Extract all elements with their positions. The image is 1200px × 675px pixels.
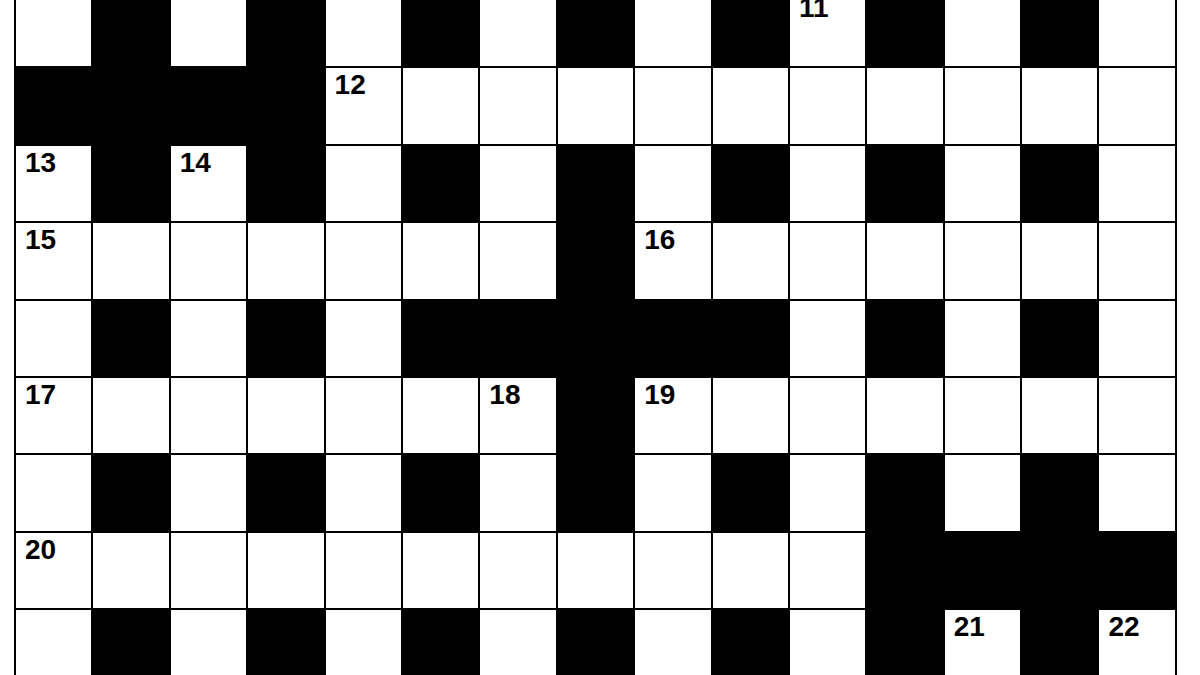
cell-r2-c14[interactable] <box>1021 67 1098 144</box>
cell-r4-c12[interactable] <box>866 222 943 299</box>
cell-r4-c2[interactable] <box>92 222 169 299</box>
crossword-screenshot: 111213141516171819202122 <box>0 0 1200 675</box>
cell-r4-c7[interactable] <box>479 222 556 299</box>
clue-number-20: 20 <box>25 536 56 564</box>
cell-r4-c6[interactable] <box>402 222 479 299</box>
cell-r2-c11[interactable] <box>789 67 866 144</box>
blocked-cell-r3-c4 <box>247 145 324 222</box>
cell-r5-c15[interactable] <box>1098 300 1175 377</box>
cell-r6-c13[interactable] <box>944 377 1021 454</box>
clue-number-12: 12 <box>335 71 366 99</box>
cell-r6-c10[interactable] <box>712 377 789 454</box>
cell-r4-c3[interactable] <box>170 222 247 299</box>
cell-r8-c7[interactable] <box>479 532 556 609</box>
blocked-cell-r5-c9 <box>634 300 711 377</box>
cell-r8-c3[interactable] <box>170 532 247 609</box>
cell-r4-c4[interactable] <box>247 222 324 299</box>
cell-r2-c8[interactable] <box>557 67 634 144</box>
blocked-cell-r5-c6 <box>402 300 479 377</box>
cell-r7-c7[interactable] <box>479 454 556 531</box>
blocked-cell-r2-c4 <box>247 67 324 144</box>
cell-r6-c9[interactable]: 19 <box>634 377 711 454</box>
cell-r8-c2[interactable] <box>92 532 169 609</box>
cell-r3-c11[interactable] <box>789 145 866 222</box>
cell-r7-c11[interactable] <box>789 454 866 531</box>
cell-r7-c15[interactable] <box>1098 454 1175 531</box>
cell-r7-c9[interactable] <box>634 454 711 531</box>
cell-r6-c12[interactable] <box>866 377 943 454</box>
cell-r8-c11[interactable] <box>789 532 866 609</box>
cell-r8-c6[interactable] <box>402 532 479 609</box>
cell-r3-c9[interactable] <box>634 145 711 222</box>
cell-r3-c13[interactable] <box>944 145 1021 222</box>
clue-number-19: 19 <box>644 381 675 409</box>
cell-r6-c4[interactable] <box>247 377 324 454</box>
blocked-cell-r1-c2 <box>92 0 169 67</box>
cell-r3-c15[interactable] <box>1098 145 1175 222</box>
blocked-cell-r9-c10 <box>712 609 789 675</box>
cell-r1-c15[interactable] <box>1098 0 1175 67</box>
blocked-cell-r2-c1 <box>15 67 92 144</box>
cell-r1-c13[interactable] <box>944 0 1021 67</box>
cell-r4-c11[interactable] <box>789 222 866 299</box>
cell-r8-c8[interactable] <box>557 532 634 609</box>
cell-r3-c5[interactable] <box>325 145 402 222</box>
cell-r9-c5[interactable] <box>325 609 402 675</box>
cell-r9-c9[interactable] <box>634 609 711 675</box>
cell-r7-c1[interactable] <box>15 454 92 531</box>
cell-r4-c15[interactable] <box>1098 222 1175 299</box>
cell-r2-c7[interactable] <box>479 67 556 144</box>
blocked-cell-r3-c14 <box>1021 145 1098 222</box>
cell-r4-c1[interactable]: 15 <box>15 222 92 299</box>
blocked-cell-r3-c8 <box>557 145 634 222</box>
blocked-cell-r8-c12 <box>866 532 943 609</box>
cell-r4-c5[interactable] <box>325 222 402 299</box>
blocked-cell-r5-c14 <box>1021 300 1098 377</box>
clue-number-21: 21 <box>954 613 985 641</box>
blocked-cell-r9-c14 <box>1021 609 1098 675</box>
cell-r3-c1[interactable]: 13 <box>15 145 92 222</box>
blocked-cell-r5-c12 <box>866 300 943 377</box>
blocked-cell-r1-c6 <box>402 0 479 67</box>
cell-r2-c13[interactable] <box>944 67 1021 144</box>
cell-r3-c3[interactable]: 14 <box>170 145 247 222</box>
cell-r6-c5[interactable] <box>325 377 402 454</box>
cell-r2-c15[interactable] <box>1098 67 1175 144</box>
clue-number-17: 17 <box>25 381 56 409</box>
clue-number-22: 22 <box>1108 613 1139 641</box>
blocked-cell-r1-c8 <box>557 0 634 67</box>
cell-r9-c1[interactable] <box>15 609 92 675</box>
blocked-cell-r5-c10 <box>712 300 789 377</box>
cell-r9-c13[interactable]: 21 <box>944 609 1021 675</box>
blocked-cell-r1-c14 <box>1021 0 1098 67</box>
blocked-cell-r1-c10 <box>712 0 789 67</box>
cell-r7-c13[interactable] <box>944 454 1021 531</box>
blocked-cell-r3-c2 <box>92 145 169 222</box>
clue-number-16: 16 <box>644 226 675 254</box>
cell-r2-c6[interactable] <box>402 67 479 144</box>
blocked-cell-r9-c12 <box>866 609 943 675</box>
cell-r5-c11[interactable] <box>789 300 866 377</box>
cell-r4-c10[interactable] <box>712 222 789 299</box>
blocked-cell-r9-c4 <box>247 609 324 675</box>
blocked-cell-r3-c12 <box>866 145 943 222</box>
cell-r6-c14[interactable] <box>1021 377 1098 454</box>
blocked-cell-r9-c6 <box>402 609 479 675</box>
blocked-cell-r7-c6 <box>402 454 479 531</box>
cell-r4-c9[interactable]: 16 <box>634 222 711 299</box>
cell-r1-c7[interactable] <box>479 0 556 67</box>
blocked-cell-r7-c4 <box>247 454 324 531</box>
cell-r6-c15[interactable] <box>1098 377 1175 454</box>
blocked-cell-r8-c15 <box>1098 532 1175 609</box>
cell-r7-c5[interactable] <box>325 454 402 531</box>
blocked-cell-r7-c14 <box>1021 454 1098 531</box>
clue-number-14: 14 <box>180 149 211 177</box>
blocked-cell-r7-c8 <box>557 454 634 531</box>
blocked-cell-r5-c7 <box>479 300 556 377</box>
clue-number-11: 11 <box>799 0 829 22</box>
cell-r6-c2[interactable] <box>92 377 169 454</box>
blocked-cell-r5-c2 <box>92 300 169 377</box>
cell-r9-c3[interactable] <box>170 609 247 675</box>
cell-r5-c13[interactable] <box>944 300 1021 377</box>
cell-r8-c4[interactable] <box>247 532 324 609</box>
clue-number-15: 15 <box>25 226 56 254</box>
cell-r9-c7[interactable] <box>479 609 556 675</box>
cell-r5-c3[interactable] <box>170 300 247 377</box>
blocked-cell-r6-c8 <box>557 377 634 454</box>
cell-r2-c12[interactable] <box>866 67 943 144</box>
cell-r6-c7[interactable]: 18 <box>479 377 556 454</box>
cell-r7-c3[interactable] <box>170 454 247 531</box>
crossword-grid: 111213141516171819202122 <box>14 0 1177 675</box>
blocked-cell-r9-c8 <box>557 609 634 675</box>
cell-r2-c10[interactable] <box>712 67 789 144</box>
cell-r8-c5[interactable] <box>325 532 402 609</box>
cell-r1-c11[interactable]: 11 <box>789 0 866 67</box>
cell-r6-c11[interactable] <box>789 377 866 454</box>
cell-r8-c9[interactable] <box>634 532 711 609</box>
cell-r3-c7[interactable] <box>479 145 556 222</box>
blocked-cell-r4-c8 <box>557 222 634 299</box>
cell-r6-c6[interactable] <box>402 377 479 454</box>
cell-r9-c11[interactable] <box>789 609 866 675</box>
cell-r4-c14[interactable] <box>1021 222 1098 299</box>
clue-number-18: 18 <box>489 381 520 409</box>
blocked-cell-r2-c3 <box>170 67 247 144</box>
blocked-cell-r3-c6 <box>402 145 479 222</box>
cell-r2-c5[interactable]: 12 <box>325 67 402 144</box>
cell-r1-c3[interactable] <box>170 0 247 67</box>
cell-r2-c9[interactable] <box>634 67 711 144</box>
blocked-cell-r3-c10 <box>712 145 789 222</box>
cell-r6-c3[interactable] <box>170 377 247 454</box>
cell-r4-c13[interactable] <box>944 222 1021 299</box>
blocked-cell-r5-c8 <box>557 300 634 377</box>
blocked-cell-r2-c2 <box>92 67 169 144</box>
blocked-cell-r7-c2 <box>92 454 169 531</box>
blocked-cell-r1-c12 <box>866 0 943 67</box>
cell-r5-c5[interactable] <box>325 300 402 377</box>
blocked-cell-r9-c2 <box>92 609 169 675</box>
blocked-cell-r5-c4 <box>247 300 324 377</box>
cell-r9-c15[interactable]: 22 <box>1098 609 1175 675</box>
clue-number-13: 13 <box>25 149 56 177</box>
cell-r1-c9[interactable] <box>634 0 711 67</box>
cell-r8-c10[interactable] <box>712 532 789 609</box>
cell-r6-c1[interactable]: 17 <box>15 377 92 454</box>
cell-r8-c1[interactable]: 20 <box>15 532 92 609</box>
blocked-cell-r7-c12 <box>866 454 943 531</box>
blocked-cell-r1-c4 <box>247 0 324 67</box>
cell-r5-c1[interactable] <box>15 300 92 377</box>
cell-r1-c5[interactable] <box>325 0 402 67</box>
blocked-cell-r7-c10 <box>712 454 789 531</box>
blocked-cell-r8-c14 <box>1021 532 1098 609</box>
blocked-cell-r8-c13 <box>944 532 1021 609</box>
cell-r1-c1[interactable] <box>15 0 92 67</box>
